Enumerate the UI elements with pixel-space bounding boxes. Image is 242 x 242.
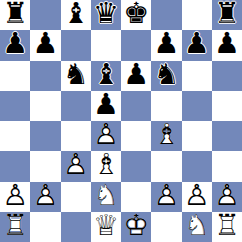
square-g4[interactable]	[182, 121, 212, 151]
piece-outline: ♗	[151, 120, 181, 149]
square-e7[interactable]	[121, 30, 151, 60]
piece-outline: ♙	[182, 181, 212, 210]
square-c1[interactable]	[61, 212, 91, 242]
square-f2[interactable]: ♟♙	[151, 182, 181, 212]
piece-black-knight: ♞	[151, 61, 181, 91]
piece-white-knight: ♞♘	[91, 182, 121, 212]
square-h5[interactable]	[212, 91, 242, 121]
piece-white-rook: ♜♖	[0, 212, 30, 242]
square-b4[interactable]	[30, 121, 60, 151]
piece-white-rook: ♜♖	[212, 212, 242, 242]
square-d1[interactable]: ♛♕	[91, 212, 121, 242]
square-a7[interactable]: ♟	[0, 30, 30, 60]
square-b2[interactable]: ♟♙	[30, 182, 60, 212]
square-d4[interactable]: ♟♙	[91, 121, 121, 151]
piece-glyph: ♛	[91, 0, 121, 28]
square-h1[interactable]: ♜♖	[212, 212, 242, 242]
piece-black-bishop: ♝	[61, 0, 91, 30]
piece-outline: ♙	[30, 181, 60, 210]
piece-black-pawn: ♟	[212, 30, 242, 60]
square-c2[interactable]	[61, 182, 91, 212]
square-h7[interactable]: ♟	[212, 30, 242, 60]
piece-glyph: ♞	[151, 60, 181, 89]
piece-black-knight: ♞	[61, 61, 91, 91]
square-h2[interactable]: ♟♙	[212, 182, 242, 212]
piece-black-rook: ♜	[212, 0, 242, 30]
square-h6[interactable]	[212, 61, 242, 91]
square-d2[interactable]: ♞♘	[91, 182, 121, 212]
piece-white-bishop: ♝♗	[91, 151, 121, 181]
square-g5[interactable]	[182, 91, 212, 121]
piece-glyph: ♟	[121, 60, 151, 89]
square-c6[interactable]: ♞	[61, 61, 91, 91]
piece-white-pawn: ♟♙	[151, 182, 181, 212]
square-e3[interactable]	[121, 151, 151, 181]
piece-black-pawn: ♟	[30, 30, 60, 60]
piece-black-pawn: ♟	[151, 30, 181, 60]
chess-board: ♜♝♛♚♜♟♟♟♟♟♞♝♟♞♟♟♙♝♗♟♙♝♗♟♙♟♙♞♘♟♙♟♙♟♙♜♖♛♕♚…	[0, 0, 242, 242]
square-c5[interactable]	[61, 91, 91, 121]
piece-glyph: ♚	[121, 0, 151, 28]
square-g2[interactable]: ♟♙	[182, 182, 212, 212]
piece-white-bishop: ♝♗	[151, 121, 181, 151]
piece-outline: ♗	[91, 151, 121, 180]
piece-glyph: ♟	[212, 30, 242, 59]
square-g8[interactable]	[182, 0, 212, 30]
square-g6[interactable]	[182, 61, 212, 91]
piece-outline: ♙	[91, 120, 121, 149]
piece-glyph: ♞	[61, 60, 91, 89]
square-f7[interactable]: ♟	[151, 30, 181, 60]
piece-white-queen: ♛♕	[91, 212, 121, 242]
square-a4[interactable]	[0, 121, 30, 151]
square-c7[interactable]	[61, 30, 91, 60]
piece-outline: ♕	[91, 211, 121, 240]
piece-black-pawn: ♟	[121, 61, 151, 91]
piece-black-pawn: ♟	[91, 91, 121, 121]
square-b7[interactable]: ♟	[30, 30, 60, 60]
piece-glyph: ♝	[91, 60, 121, 89]
piece-outline: ♙	[61, 151, 91, 180]
square-g3[interactable]	[182, 151, 212, 181]
square-a5[interactable]	[0, 91, 30, 121]
piece-outline: ♔	[121, 211, 151, 240]
piece-glyph: ♜	[0, 0, 30, 28]
square-c3[interactable]: ♟♙	[61, 151, 91, 181]
piece-glyph: ♝	[61, 0, 91, 28]
square-h8[interactable]: ♜	[212, 0, 242, 30]
square-d7[interactable]	[91, 30, 121, 60]
square-g1[interactable]: ♞♘	[182, 212, 212, 242]
piece-outline: ♖	[212, 211, 242, 240]
square-d3[interactable]: ♝♗	[91, 151, 121, 181]
square-e5[interactable]	[121, 91, 151, 121]
piece-glyph: ♟	[182, 30, 212, 59]
piece-outline: ♙	[0, 181, 30, 210]
square-b3[interactable]	[30, 151, 60, 181]
piece-glyph: ♟	[0, 30, 30, 59]
square-a6[interactable]	[0, 61, 30, 91]
piece-white-pawn: ♟♙	[0, 182, 30, 212]
square-g7[interactable]: ♟	[182, 30, 212, 60]
square-c4[interactable]	[61, 121, 91, 151]
square-e4[interactable]	[121, 121, 151, 151]
square-a1[interactable]: ♜♖	[0, 212, 30, 242]
piece-glyph: ♟	[91, 90, 121, 119]
piece-white-pawn: ♟♙	[91, 121, 121, 151]
piece-white-knight: ♞♘	[182, 212, 212, 242]
square-f4[interactable]: ♝♗	[151, 121, 181, 151]
square-e2[interactable]	[121, 182, 151, 212]
piece-outline: ♙	[151, 181, 181, 210]
square-e8[interactable]: ♚	[121, 0, 151, 30]
piece-white-pawn: ♟♙	[30, 182, 60, 212]
square-a3[interactable]	[0, 151, 30, 181]
square-h3[interactable]	[212, 151, 242, 181]
square-d8[interactable]: ♛	[91, 0, 121, 30]
square-e1[interactable]: ♚♔	[121, 212, 151, 242]
piece-black-king: ♚	[121, 0, 151, 30]
piece-white-pawn: ♟♙	[61, 151, 91, 181]
square-d6[interactable]: ♝	[91, 61, 121, 91]
square-f8[interactable]	[151, 0, 181, 30]
piece-glyph: ♟	[30, 30, 60, 59]
square-b6[interactable]	[30, 61, 60, 91]
piece-black-rook: ♜	[0, 0, 30, 30]
piece-outline: ♘	[182, 211, 212, 240]
square-f6[interactable]: ♞	[151, 61, 181, 91]
square-b5[interactable]	[30, 91, 60, 121]
piece-glyph: ♜	[212, 0, 242, 28]
square-b1[interactable]	[30, 212, 60, 242]
piece-white-pawn: ♟♙	[212, 182, 242, 212]
piece-outline: ♖	[0, 211, 30, 240]
piece-black-bishop: ♝	[91, 61, 121, 91]
square-e6[interactable]: ♟	[121, 61, 151, 91]
piece-outline: ♙	[212, 181, 242, 210]
piece-outline: ♘	[91, 181, 121, 210]
square-h4[interactable]	[212, 121, 242, 151]
piece-black-pawn: ♟	[0, 30, 30, 60]
piece-black-queen: ♛	[91, 0, 121, 30]
square-c8[interactable]: ♝	[61, 0, 91, 30]
square-d5[interactable]: ♟	[91, 91, 121, 121]
piece-glyph: ♟	[151, 30, 181, 59]
square-a8[interactable]: ♜	[0, 0, 30, 30]
square-f5[interactable]	[151, 91, 181, 121]
square-f1[interactable]	[151, 212, 181, 242]
square-f3[interactable]	[151, 151, 181, 181]
piece-black-pawn: ♟	[182, 30, 212, 60]
piece-white-king: ♚♔	[121, 212, 151, 242]
square-b8[interactable]	[30, 0, 60, 30]
square-a2[interactable]: ♟♙	[0, 182, 30, 212]
piece-white-pawn: ♟♙	[182, 182, 212, 212]
